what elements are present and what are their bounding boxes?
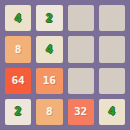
tile-2: 2 [5, 99, 31, 125]
tile-64: 64 [5, 68, 31, 94]
empty-cell [99, 36, 125, 62]
empty-cell [68, 36, 94, 62]
tile-8: 8 [36, 99, 62, 125]
empty-cell [99, 5, 125, 31]
empty-cell [68, 68, 94, 94]
tile-4: 4 [36, 36, 62, 62]
tile-2: 2 [36, 5, 62, 31]
tile-16: 16 [36, 68, 62, 94]
tile-8: 8 [5, 36, 31, 62]
tile-4: 4 [99, 99, 125, 125]
tile-32: 32 [68, 99, 94, 125]
game-board-2048[interactable]: 4284641628324 [0, 0, 130, 130]
empty-cell [68, 5, 94, 31]
tile-4: 4 [5, 5, 31, 31]
empty-cell [99, 68, 125, 94]
